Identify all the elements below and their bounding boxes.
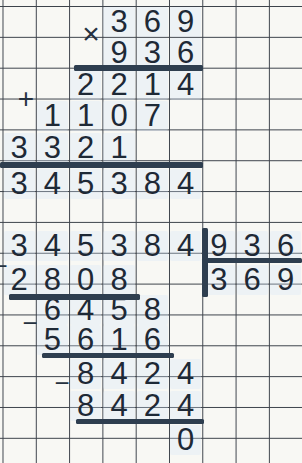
division-step-5-digit-cell: 8 [70,391,101,421]
division-step-1-digit-cell: 8 [103,265,134,295]
multiplier-digit-cell: 6 [170,38,201,68]
multiply-sign: × [82,19,100,49]
dividend-digit-cell: 3 [4,231,35,261]
partial-product-2-digit-cell: 1 [37,101,68,131]
remainder-digit-cell: 0 [170,425,201,455]
partial-product-3-digit-cell: 3 [37,133,68,163]
minus-sign: − [22,310,37,336]
divisor-digit-cell: 6 [270,231,301,261]
division-step-1-digit-cell: 2 [4,265,35,295]
plus-sign: + [18,85,34,113]
dividend-digit-cell: 4 [170,231,201,261]
division-step-1-digit-cell: 8 [37,265,68,295]
product-digit-cell: 8 [137,169,168,199]
partial-product-1-digit-cell: 1 [137,70,168,100]
division-step-4-digit-cell: 8 [70,359,101,389]
division-step-5-digit-cell: 2 [137,391,168,421]
dividend-digit-cell: 8 [137,231,168,261]
divisor-digit-cell: 9 [203,231,234,261]
product-digit-cell: 3 [103,169,134,199]
division-step-3-digit-cell: 6 [137,325,168,355]
quotient-digit-cell: 3 [203,265,234,295]
division-bracket-vertical [202,228,208,297]
division-step-2-digit-cell: 8 [137,295,168,325]
minus-sign: − [54,370,69,396]
dividend-digit-cell: 4 [37,231,68,261]
worksheet: 3699362214110733213453843453849362808369… [0,0,302,463]
multiplicand-digit-cell: 9 [170,7,201,37]
step1-underline [9,294,140,300]
multiplicand-digit-cell: 3 [103,7,134,37]
step3-underline [76,419,204,425]
quotient-digit-cell: 6 [237,265,268,295]
partial-product-2-digit-cell: 0 [103,101,134,131]
division-step-5-digit-cell: 4 [103,391,134,421]
division-step-1-digit-cell: 0 [70,265,101,295]
divisor-digit-cell: 3 [237,231,268,261]
division-step-3-digit-cell: 6 [70,325,101,355]
step2-underline [42,353,174,359]
product-digit-cell: 3 [4,169,35,199]
product-digit-cell: 4 [37,169,68,199]
division-step-2-digit-cell: 6 [37,295,68,325]
partials-underline [0,162,203,168]
multiplicand-digit-cell: 6 [137,7,168,37]
partial-product-3-digit-cell: 1 [103,133,134,163]
partial-product-3-digit-cell: 2 [70,133,101,163]
division-step-2-digit-cell: 4 [70,295,101,325]
product-digit-cell: 4 [170,169,201,199]
product-digit-cell: 5 [70,169,101,199]
dividend-digit-cell: 5 [70,231,101,261]
division-step-4-digit-cell: 4 [103,359,134,389]
division-step-3-digit-cell: 5 [37,325,68,355]
multiplier-digit-cell: 3 [137,38,168,68]
partial-product-2-digit-cell: 1 [70,101,101,131]
division-step-4-digit-cell: 2 [137,359,168,389]
dividend-digit-cell: 3 [103,231,134,261]
minus-sign: − [0,253,8,279]
partial-product-1-digit-cell: 2 [103,70,134,100]
partial-product-2-digit-cell: 7 [137,101,168,131]
division-step-4-digit-cell: 4 [170,359,201,389]
partial-product-3-digit-cell: 3 [4,133,35,163]
partial-product-1-digit-cell: 4 [170,70,201,100]
division-step-3-digit-cell: 1 [103,325,134,355]
division-step-5-digit-cell: 4 [170,391,201,421]
divisor-underline [202,258,302,264]
quotient-digit-cell: 9 [270,265,301,295]
division-step-2-digit-cell: 5 [103,295,134,325]
partial-product-1-digit-cell: 2 [70,70,101,100]
multiplier-digit-cell: 9 [103,38,134,68]
multiplier-underline [74,65,203,71]
